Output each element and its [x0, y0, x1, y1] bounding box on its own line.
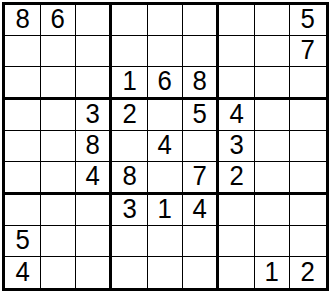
- sudoku-cell-r3c6: 8: [183, 67, 219, 100]
- sudoku-cell-r9c8: 1: [255, 257, 291, 288]
- sudoku-cell-r7c1[interactable]: [5, 195, 41, 226]
- sudoku-cell-r8c7[interactable]: [219, 226, 255, 257]
- given-digit: 2: [301, 258, 315, 286]
- sudoku-cell-r8c2[interactable]: [41, 226, 77, 257]
- sudoku-cell-r8c1: 5: [5, 226, 41, 257]
- sudoku-cell-r7c4: 3: [112, 195, 148, 226]
- sudoku-cell-r7c3[interactable]: [76, 195, 112, 226]
- given-digit: 5: [15, 226, 29, 254]
- sudoku-cell-r9c9: 2: [290, 257, 326, 288]
- given-digit: 8: [15, 5, 29, 33]
- sudoku-cell-r4c5[interactable]: [148, 100, 184, 131]
- sudoku-cell-r9c3[interactable]: [76, 257, 112, 288]
- sudoku-cell-r7c8[interactable]: [255, 195, 291, 226]
- given-digit: 4: [192, 195, 206, 223]
- sudoku-cell-r3c5: 6: [148, 67, 184, 100]
- sudoku-cell-r4c9[interactable]: [290, 100, 326, 131]
- sudoku-cell-r8c6[interactable]: [183, 226, 219, 257]
- sudoku-cell-r5c6[interactable]: [183, 131, 219, 162]
- given-digit: 4: [85, 162, 99, 190]
- sudoku-cell-r7c7[interactable]: [219, 195, 255, 226]
- sudoku-cell-r5c1[interactable]: [5, 131, 41, 162]
- sudoku-cell-r3c9[interactable]: [290, 67, 326, 100]
- given-digit: 8: [85, 131, 99, 159]
- sudoku-cell-r7c6: 4: [183, 195, 219, 226]
- sudoku-cell-r1c9: 5: [290, 5, 326, 36]
- sudoku-cell-r1c5[interactable]: [148, 5, 184, 36]
- sudoku-cell-r6c8[interactable]: [255, 162, 291, 195]
- sudoku-cell-r3c8[interactable]: [255, 67, 291, 100]
- sudoku-cell-r9c6[interactable]: [183, 257, 219, 288]
- sudoku-cell-r2c1[interactable]: [5, 36, 41, 67]
- sudoku-cell-r5c8[interactable]: [255, 131, 291, 162]
- sudoku-cell-r3c4: 1: [112, 67, 148, 100]
- sudoku-cell-r3c3[interactable]: [76, 67, 112, 100]
- given-digit: 1: [158, 195, 172, 223]
- sudoku-board: 8657168325484348723145412: [2, 2, 329, 291]
- given-digit: 3: [122, 195, 136, 223]
- sudoku-cell-r6c6: 7: [183, 162, 219, 195]
- sudoku-cell-r9c7[interactable]: [219, 257, 255, 288]
- sudoku-cell-r5c7: 3: [219, 131, 255, 162]
- sudoku-cell-r6c3: 4: [76, 162, 112, 195]
- sudoku-cell-r6c9[interactable]: [290, 162, 326, 195]
- given-digit: 5: [301, 5, 315, 33]
- sudoku-cell-r6c4: 8: [112, 162, 148, 195]
- sudoku-cell-r9c2[interactable]: [41, 257, 77, 288]
- sudoku-cell-r4c3: 3: [76, 100, 112, 131]
- given-digit: 6: [51, 5, 65, 33]
- given-digit: 2: [122, 100, 136, 128]
- sudoku-cell-r5c2[interactable]: [41, 131, 77, 162]
- sudoku-cell-r2c8[interactable]: [255, 36, 291, 67]
- sudoku-cell-r4c1[interactable]: [5, 100, 41, 131]
- given-digit: 7: [192, 162, 206, 190]
- sudoku-cell-r1c4[interactable]: [112, 5, 148, 36]
- sudoku-cell-r2c5[interactable]: [148, 36, 184, 67]
- sudoku-cell-r2c9: 7: [290, 36, 326, 67]
- sudoku-cell-r4c8[interactable]: [255, 100, 291, 131]
- sudoku-cell-r1c7[interactable]: [219, 5, 255, 36]
- given-digit: 3: [85, 100, 99, 128]
- sudoku-cell-r2c3[interactable]: [76, 36, 112, 67]
- sudoku-cell-r8c3[interactable]: [76, 226, 112, 257]
- sudoku-puzzle: 8657168325484348723145412: [0, 0, 331, 293]
- sudoku-cell-r4c6: 5: [183, 100, 219, 131]
- sudoku-cell-r3c7[interactable]: [219, 67, 255, 100]
- sudoku-cell-r5c4[interactable]: [112, 131, 148, 162]
- sudoku-cell-r3c1[interactable]: [5, 67, 41, 100]
- given-digit: 8: [122, 162, 136, 190]
- sudoku-cell-r6c1[interactable]: [5, 162, 41, 195]
- given-digit: 2: [229, 162, 243, 190]
- sudoku-cell-r1c2: 6: [41, 5, 77, 36]
- sudoku-cell-r1c3[interactable]: [76, 5, 112, 36]
- sudoku-cell-r1c6[interactable]: [183, 5, 219, 36]
- sudoku-cell-r7c5: 1: [148, 195, 184, 226]
- sudoku-cell-r5c9[interactable]: [290, 131, 326, 162]
- sudoku-cell-r8c4[interactable]: [112, 226, 148, 257]
- sudoku-cell-r9c4[interactable]: [112, 257, 148, 288]
- given-digit: 5: [192, 100, 206, 128]
- sudoku-cell-r2c6[interactable]: [183, 36, 219, 67]
- sudoku-cell-r8c5[interactable]: [148, 226, 184, 257]
- sudoku-cell-r5c3: 8: [76, 131, 112, 162]
- sudoku-cell-r6c2[interactable]: [41, 162, 77, 195]
- sudoku-cell-r6c7: 2: [219, 162, 255, 195]
- given-digit: 4: [158, 131, 172, 159]
- sudoku-cell-r8c9[interactable]: [290, 226, 326, 257]
- given-digit: 8: [192, 67, 206, 95]
- given-digit: 1: [265, 258, 279, 286]
- given-digit: 3: [229, 131, 243, 159]
- sudoku-cell-r8c8[interactable]: [255, 226, 291, 257]
- sudoku-cell-r7c9[interactable]: [290, 195, 326, 226]
- sudoku-cell-r2c7[interactable]: [219, 36, 255, 67]
- sudoku-cell-r7c2[interactable]: [41, 195, 77, 226]
- sudoku-cell-r4c7: 4: [219, 100, 255, 131]
- given-digit: 1: [122, 67, 136, 95]
- sudoku-cell-r2c2[interactable]: [41, 36, 77, 67]
- sudoku-cell-r9c1: 4: [5, 257, 41, 288]
- sudoku-cell-r3c2[interactable]: [41, 67, 77, 100]
- sudoku-cell-r4c4: 2: [112, 100, 148, 131]
- sudoku-cell-r5c5: 4: [148, 131, 184, 162]
- sudoku-cell-r4c2[interactable]: [41, 100, 77, 131]
- sudoku-cell-r2c4[interactable]: [112, 36, 148, 67]
- sudoku-cell-r6c5[interactable]: [148, 162, 184, 195]
- sudoku-cell-r1c8[interactable]: [255, 5, 291, 36]
- given-digit: 4: [229, 100, 243, 128]
- given-digit: 6: [158, 67, 172, 95]
- sudoku-cell-r1c1: 8: [5, 5, 41, 36]
- given-digit: 7: [301, 36, 315, 64]
- sudoku-cell-r9c5[interactable]: [148, 257, 184, 288]
- given-digit: 4: [15, 258, 29, 286]
